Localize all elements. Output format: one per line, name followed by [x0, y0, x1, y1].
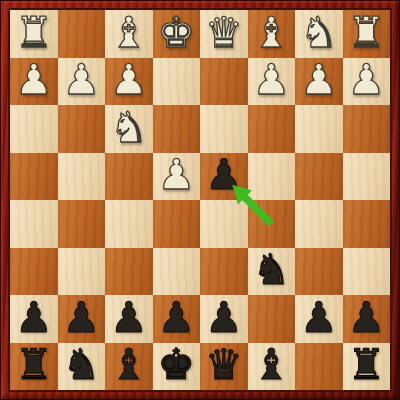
square-b1[interactable]: ♞ — [295, 10, 343, 58]
square-e6[interactable] — [153, 248, 201, 296]
board-inner-border: ♜♝♚♛♝♞♜♟♟♟♟♟♟♞♟♟♞♟♟♟♟♟♟♟♜♞♝♚♛♝♜ — [8, 8, 392, 392]
square-g2[interactable]: ♟ — [58, 58, 106, 106]
square-c7[interactable] — [248, 295, 296, 343]
black-pawn-a7[interactable]: ♟ — [347, 297, 385, 339]
square-e4[interactable]: ♟ — [153, 153, 201, 201]
square-e1[interactable]: ♚ — [153, 10, 201, 58]
black-pawn-d7[interactable]: ♟ — [205, 297, 243, 339]
square-h7[interactable]: ♟ — [10, 295, 58, 343]
square-a8[interactable]: ♜ — [343, 343, 391, 391]
square-f5[interactable] — [105, 200, 153, 248]
square-b7[interactable]: ♟ — [295, 295, 343, 343]
square-b6[interactable] — [295, 248, 343, 296]
black-pawn-b7[interactable]: ♟ — [300, 297, 338, 339]
white-knight-f3[interactable]: ♞ — [110, 107, 148, 149]
square-e8[interactable]: ♚ — [153, 343, 201, 391]
square-h6[interactable] — [10, 248, 58, 296]
square-c1[interactable]: ♝ — [248, 10, 296, 58]
white-king-e1[interactable]: ♚ — [157, 12, 195, 54]
square-g7[interactable]: ♟ — [58, 295, 106, 343]
square-d5[interactable] — [200, 200, 248, 248]
square-b2[interactable]: ♟ — [295, 58, 343, 106]
black-bishop-f8[interactable]: ♝ — [110, 344, 148, 386]
square-a5[interactable] — [343, 200, 391, 248]
square-b5[interactable] — [295, 200, 343, 248]
white-pawn-c2[interactable]: ♟ — [252, 59, 290, 101]
white-pawn-a2[interactable]: ♟ — [347, 59, 385, 101]
white-queen-d1[interactable]: ♛ — [205, 12, 243, 54]
square-b4[interactable] — [295, 153, 343, 201]
square-g6[interactable] — [58, 248, 106, 296]
square-g1[interactable] — [58, 10, 106, 58]
board: ♜♝♚♛♝♞♜♟♟♟♟♟♟♞♟♟♞♟♟♟♟♟♟♟♜♞♝♚♛♝♜ — [10, 10, 390, 390]
square-a7[interactable]: ♟ — [343, 295, 391, 343]
black-bishop-c8[interactable]: ♝ — [252, 344, 290, 386]
square-d2[interactable] — [200, 58, 248, 106]
square-h3[interactable] — [10, 105, 58, 153]
square-d7[interactable]: ♟ — [200, 295, 248, 343]
square-f3[interactable]: ♞ — [105, 105, 153, 153]
square-c6[interactable]: ♞ — [248, 248, 296, 296]
white-knight-b1[interactable]: ♞ — [300, 12, 338, 54]
white-rook-h1[interactable]: ♜ — [15, 12, 53, 54]
white-bishop-f1[interactable]: ♝ — [110, 12, 148, 54]
square-d4[interactable]: ♟ — [200, 153, 248, 201]
square-c8[interactable]: ♝ — [248, 343, 296, 391]
square-e2[interactable] — [153, 58, 201, 106]
square-c5[interactable] — [248, 200, 296, 248]
square-f7[interactable]: ♟ — [105, 295, 153, 343]
black-pawn-h7[interactable]: ♟ — [15, 297, 53, 339]
white-bishop-c1[interactable]: ♝ — [252, 12, 290, 54]
black-rook-h8[interactable]: ♜ — [15, 344, 53, 386]
square-h1[interactable]: ♜ — [10, 10, 58, 58]
square-a1[interactable]: ♜ — [343, 10, 391, 58]
square-g5[interactable] — [58, 200, 106, 248]
square-d6[interactable] — [200, 248, 248, 296]
square-a3[interactable] — [343, 105, 391, 153]
black-queen-d8[interactable]: ♛ — [205, 344, 243, 386]
square-f6[interactable] — [105, 248, 153, 296]
square-d1[interactable]: ♛ — [200, 10, 248, 58]
black-rook-a8[interactable]: ♜ — [347, 344, 385, 386]
square-e5[interactable] — [153, 200, 201, 248]
square-b3[interactable] — [295, 105, 343, 153]
square-c4[interactable] — [248, 153, 296, 201]
white-pawn-h2[interactable]: ♟ — [15, 59, 53, 101]
square-d8[interactable]: ♛ — [200, 343, 248, 391]
square-a2[interactable]: ♟ — [343, 58, 391, 106]
square-g8[interactable]: ♞ — [58, 343, 106, 391]
square-b8[interactable] — [295, 343, 343, 391]
white-pawn-f2[interactable]: ♟ — [110, 59, 148, 101]
black-pawn-g7[interactable]: ♟ — [62, 297, 100, 339]
white-pawn-e4[interactable]: ♟ — [157, 154, 195, 196]
square-f4[interactable] — [105, 153, 153, 201]
black-pawn-f7[interactable]: ♟ — [110, 297, 148, 339]
square-h2[interactable]: ♟ — [10, 58, 58, 106]
square-a4[interactable] — [343, 153, 391, 201]
square-a6[interactable] — [343, 248, 391, 296]
square-g3[interactable] — [58, 105, 106, 153]
square-e3[interactable] — [153, 105, 201, 153]
black-pawn-d4[interactable]: ♟ — [205, 154, 243, 196]
board-frame: ♜♝♚♛♝♞♜♟♟♟♟♟♟♞♟♟♞♟♟♟♟♟♟♟♜♞♝♚♛♝♜ — [0, 0, 400, 400]
white-pawn-b2[interactable]: ♟ — [300, 59, 338, 101]
black-pawn-e7[interactable]: ♟ — [157, 297, 195, 339]
square-f8[interactable]: ♝ — [105, 343, 153, 391]
square-c2[interactable]: ♟ — [248, 58, 296, 106]
square-e7[interactable]: ♟ — [153, 295, 201, 343]
square-f2[interactable]: ♟ — [105, 58, 153, 106]
square-d3[interactable] — [200, 105, 248, 153]
square-h4[interactable] — [10, 153, 58, 201]
white-pawn-g2[interactable]: ♟ — [62, 59, 100, 101]
square-f1[interactable]: ♝ — [105, 10, 153, 58]
square-h8[interactable]: ♜ — [10, 343, 58, 391]
square-h5[interactable] — [10, 200, 58, 248]
black-knight-c6[interactable]: ♞ — [252, 249, 290, 291]
black-knight-g8[interactable]: ♞ — [62, 344, 100, 386]
square-c3[interactable] — [248, 105, 296, 153]
black-king-e8[interactable]: ♚ — [157, 344, 195, 386]
square-g4[interactable] — [58, 153, 106, 201]
white-rook-a1[interactable]: ♜ — [347, 12, 385, 54]
